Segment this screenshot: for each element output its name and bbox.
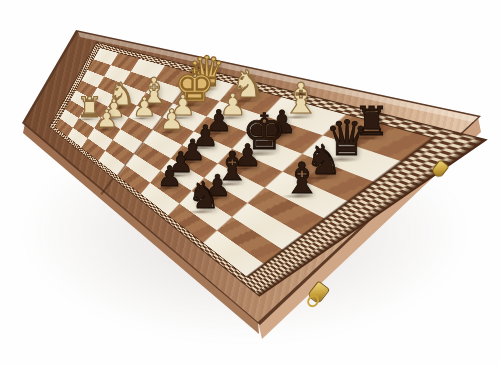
piece-white-pawn-c3[interactable]: ♟ (95, 107, 117, 132)
piece-black-pawn-f2[interactable]: ♟ (157, 162, 182, 190)
piece-white-pawn-d5[interactable]: ♟ (133, 94, 157, 121)
piece-black-bishop-h5[interactable]: ♝ (283, 156, 321, 199)
chess-set-photo: ♛♞♝♚♟♟♝♟♞♟♟♜♟♜♛♞♟♚♟♟♝♟♝♟♟♟♞♟ (0, 0, 500, 366)
pieces-layer: ♛♞♝♚♟♟♝♟♞♟♟♜♟♜♛♞♟♚♟♟♝♟♝♟♟♟♞♟ (0, 0, 500, 366)
piece-white-pawn-e5[interactable]: ♟ (159, 106, 184, 134)
piece-black-knight-g2[interactable]: ♞ (187, 178, 220, 215)
